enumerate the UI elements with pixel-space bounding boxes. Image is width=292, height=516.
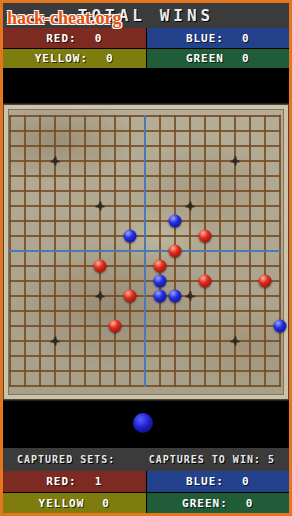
red-value: 0 [95,32,103,45]
captures-to-win-label: CAPTURES TO WIN: 5 [149,454,275,465]
blue-value: 0 [242,32,250,45]
star-point-icon [96,292,105,301]
red-stone [199,275,212,288]
captured-sets-label: CAPTURED SETS: [17,454,115,465]
captured-yellow: YELLOW 0 [3,493,146,513]
turn-indicator-ball [133,413,153,433]
app-frame: hack-cheat.org TOTAL WINS RED: 0 BLUE: 0… [0,0,292,516]
red-stone [94,260,107,273]
star-point-icon [231,337,240,346]
green-value: 0 [242,52,250,65]
blue-label: BLUE: [186,32,224,45]
total-wins-blue: BLUE: 0 [147,28,290,48]
total-wins-green: GREEN 0 [147,49,290,68]
red-stone [109,320,122,333]
game-board[interactable] [3,103,289,401]
captured-blue: BLUE: 0 [147,471,290,492]
captured-panel: RED: 1 BLUE: 0 YELLOW 0 GREEN: 0 [3,471,289,513]
red-stone [124,290,137,303]
star-point-icon [96,202,105,211]
red-value: 1 [95,475,103,488]
blue-stone [154,290,167,303]
red-stone [259,275,272,288]
captured-red: RED: 1 [3,471,146,492]
board-grid[interactable] [9,115,281,387]
star-point-icon [231,157,240,166]
blue-value: 0 [242,475,250,488]
star-point-icon [51,337,60,346]
blue-stone [124,230,137,243]
red-stone [169,245,182,258]
star-point-icon [51,157,60,166]
captured-green: GREEN: 0 [147,493,290,513]
star-point-icon [186,292,195,301]
app-screen: hack-cheat.org TOTAL WINS RED: 0 BLUE: 0… [0,0,292,516]
blue-stone [274,320,287,333]
center-line-horizontal [9,250,281,252]
blue-stone [169,290,182,303]
green-value: 0 [246,497,254,510]
red-stone [154,260,167,273]
red-label: RED: [46,32,77,45]
green-label: GREEN [186,52,224,65]
total-wins-red: RED: 0 [3,28,146,48]
total-wins-panel: RED: 0 BLUE: 0 YELLOW: 0 GREEN 0 [3,28,289,68]
red-label: RED: [46,475,77,488]
green-label: GREEN: [182,497,228,510]
captured-bar: CAPTURED SETS: CAPTURES TO WIN: 5 [3,448,289,471]
yellow-label: YELLOW: [35,52,88,65]
red-stone [199,230,212,243]
star-point-icon [186,202,195,211]
yellow-value: 0 [106,52,114,65]
blue-label: BLUE: [186,475,224,488]
title-bar: TOTAL WINS [3,3,289,28]
total-wins-yellow: YELLOW: 0 [3,49,146,68]
blue-stone [169,215,182,228]
page-title: TOTAL WINS [78,6,214,25]
blue-stone [154,275,167,288]
yellow-value: 0 [102,497,110,510]
yellow-label: YELLOW [39,497,85,510]
